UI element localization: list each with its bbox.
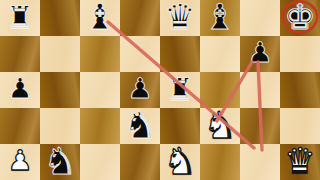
piece-black-pawn-a6[interactable]: ♟ [7, 75, 32, 103]
piece-black-knight-d5[interactable]: ♞ [123, 107, 156, 144]
square-f4[interactable] [200, 144, 240, 180]
square-e7[interactable] [160, 36, 200, 72]
square-b4[interactable]: ♞ [40, 144, 80, 180]
piece-black-rook-e6[interactable]: ♜ [166, 74, 194, 105]
square-g8[interactable] [240, 0, 280, 36]
square-c6[interactable] [80, 72, 120, 108]
square-h5[interactable] [280, 108, 320, 144]
square-a4[interactable]: ♟ [0, 144, 40, 180]
square-g5[interactable] [240, 108, 280, 144]
piece-white-pawn-a4[interactable]: ♟ [7, 147, 32, 175]
piece-black-rook-a8[interactable]: ♜ [6, 2, 34, 33]
square-f7[interactable] [200, 36, 240, 72]
square-c4[interactable] [80, 144, 120, 180]
square-c5[interactable] [80, 108, 120, 144]
square-g7[interactable]: ♟ [240, 36, 280, 72]
square-b7[interactable] [40, 36, 80, 72]
square-f5[interactable]: ♞ [200, 108, 240, 144]
square-b6[interactable] [40, 72, 80, 108]
piece-black-bishop-c8[interactable]: ♝ [84, 0, 115, 35]
square-a6[interactable]: ♟ [0, 72, 40, 108]
square-c8[interactable]: ♝ [80, 0, 120, 36]
square-d6[interactable]: ♟ [120, 72, 160, 108]
square-a5[interactable] [0, 108, 40, 144]
square-e8[interactable]: ♛ [160, 0, 200, 36]
piece-black-bishop-f8[interactable]: ♝ [204, 0, 235, 35]
square-c7[interactable] [80, 36, 120, 72]
piece-black-queen-e8[interactable]: ♛ [164, 0, 195, 35]
square-h6[interactable] [280, 72, 320, 108]
square-e5[interactable] [160, 108, 200, 144]
piece-black-king-h8[interactable]: ♚ [284, 0, 315, 35]
square-a8[interactable]: ♜ [0, 0, 40, 36]
square-f8[interactable]: ♝ [200, 0, 240, 36]
piece-black-pawn-g7[interactable]: ♟ [247, 39, 272, 67]
square-h8[interactable]: ♚ [280, 0, 320, 36]
square-h7[interactable] [280, 36, 320, 72]
square-d7[interactable] [120, 36, 160, 72]
square-a7[interactable] [0, 36, 40, 72]
square-h4[interactable]: ♛ [280, 144, 320, 180]
square-g4[interactable] [240, 144, 280, 180]
piece-white-queen-h4[interactable]: ♛ [284, 144, 315, 179]
square-b5[interactable] [40, 108, 80, 144]
chess-app-viewport: ♜♝♛♝♚♟♟♟♜♞♞♟♞♞♛ [0, 0, 320, 180]
square-d5[interactable]: ♞ [120, 108, 160, 144]
square-b8[interactable] [40, 0, 80, 36]
chess-board[interactable]: ♜♝♛♝♚♟♟♟♜♞♞♟♞♞♛ [0, 0, 320, 180]
square-g6[interactable] [240, 72, 280, 108]
piece-white-knight-f5[interactable]: ♞ [203, 107, 236, 144]
square-e6[interactable]: ♜ [160, 72, 200, 108]
piece-black-knight-b4[interactable]: ♞ [43, 143, 76, 180]
piece-white-knight-e4[interactable]: ♞ [163, 143, 196, 180]
square-f6[interactable] [200, 72, 240, 108]
square-d4[interactable] [120, 144, 160, 180]
piece-black-pawn-d6[interactable]: ♟ [127, 75, 152, 103]
square-e4[interactable]: ♞ [160, 144, 200, 180]
square-d8[interactable] [120, 0, 160, 36]
